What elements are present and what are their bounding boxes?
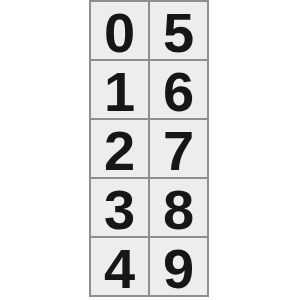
digit-glyph: 6 [163, 64, 194, 119]
digit-glyph: 9 [163, 241, 194, 296]
digit-cell-4: 4 [91, 238, 148, 295]
digit-cell-3: 3 [91, 179, 148, 236]
digit-glyph: 5 [163, 5, 194, 60]
digit-cell-9: 9 [150, 238, 207, 295]
digit-cell-6: 6 [150, 61, 207, 118]
digit-cell-1: 1 [91, 61, 148, 118]
digit-cell-5: 5 [150, 2, 207, 59]
digit-glyph: 7 [163, 123, 194, 178]
canvas: 0516273849 [0, 0, 300, 300]
digit-glyph: 2 [104, 123, 135, 178]
digit-cell-2: 2 [91, 120, 148, 177]
digit-cell-7: 7 [150, 120, 207, 177]
digit-glyph: 8 [163, 182, 194, 237]
number-sheet: 0516273849 [89, 0, 209, 297]
digit-cell-0: 0 [91, 2, 148, 59]
digit-glyph: 1 [104, 64, 135, 119]
digit-glyph: 3 [104, 182, 135, 237]
digit-cell-8: 8 [150, 179, 207, 236]
digit-glyph: 4 [104, 241, 135, 296]
digit-glyph: 0 [104, 5, 135, 60]
